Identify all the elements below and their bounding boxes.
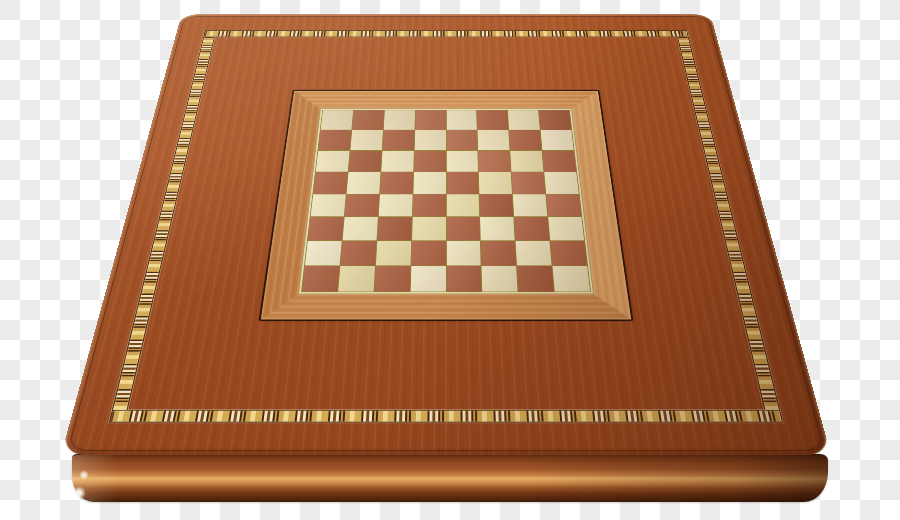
chessboard (61, 14, 831, 455)
square-h6[interactable] (543, 151, 577, 172)
square-e5[interactable] (446, 172, 478, 194)
maple-frame (261, 91, 632, 320)
square-c5[interactable] (380, 172, 413, 194)
square-a7[interactable] (318, 130, 351, 150)
square-f3[interactable] (480, 217, 514, 240)
photo-transparency-background (0, 0, 900, 520)
square-h7[interactable] (541, 130, 574, 150)
square-e6[interactable] (446, 151, 478, 172)
square-g7[interactable] (509, 130, 541, 150)
inlay-band-top (203, 30, 688, 37)
square-d2[interactable] (411, 241, 446, 265)
square-c6[interactable] (381, 151, 413, 172)
square-a3[interactable] (308, 217, 344, 240)
square-f4[interactable] (480, 194, 514, 216)
square-b4[interactable] (345, 194, 379, 216)
square-b1[interactable] (338, 266, 375, 291)
square-a8[interactable] (321, 110, 353, 129)
square-h2[interactable] (550, 241, 587, 265)
square-b5[interactable] (347, 172, 381, 194)
perspective-wrapper (0, 0, 900, 520)
square-c4[interactable] (379, 194, 413, 216)
square-f1[interactable] (482, 266, 518, 291)
square-e7[interactable] (446, 130, 477, 150)
square-g3[interactable] (514, 217, 549, 240)
square-g4[interactable] (513, 194, 547, 216)
square-a5[interactable] (313, 172, 347, 194)
square-h8[interactable] (539, 110, 571, 129)
square-a1[interactable] (302, 266, 339, 291)
square-c1[interactable] (374, 266, 410, 291)
square-d6[interactable] (414, 151, 446, 172)
playing-panel (259, 90, 634, 321)
square-e2[interactable] (446, 241, 481, 265)
square-b2[interactable] (340, 241, 376, 265)
square-h4[interactable] (546, 194, 581, 216)
square-d5[interactable] (413, 172, 445, 194)
square-f6[interactable] (478, 151, 510, 172)
square-e4[interactable] (446, 194, 479, 216)
square-c3[interactable] (377, 217, 411, 240)
square-b8[interactable] (352, 110, 384, 129)
square-f2[interactable] (481, 241, 516, 265)
square-c7[interactable] (382, 130, 414, 150)
square-e3[interactable] (446, 217, 480, 240)
inlay-band-bottom (109, 410, 783, 423)
frame-strip-top (291, 91, 600, 109)
inner-boundary-line (298, 108, 594, 294)
square-h5[interactable] (544, 172, 578, 194)
square-h1[interactable] (553, 266, 590, 291)
square-a2[interactable] (305, 241, 342, 265)
square-a4[interactable] (311, 194, 346, 216)
square-d8[interactable] (415, 110, 446, 129)
square-g8[interactable] (508, 110, 540, 129)
chess-grid (301, 110, 591, 292)
square-d7[interactable] (414, 130, 445, 150)
square-b7[interactable] (350, 130, 382, 150)
square-d1[interactable] (410, 266, 445, 291)
frame-strip-bottom (261, 294, 632, 319)
square-g6[interactable] (510, 151, 543, 172)
square-g5[interactable] (512, 172, 546, 194)
square-f5[interactable] (479, 172, 512, 194)
square-g1[interactable] (517, 266, 554, 291)
square-g2[interactable] (516, 241, 552, 265)
square-h3[interactable] (548, 217, 584, 240)
square-a6[interactable] (316, 151, 350, 172)
square-d4[interactable] (412, 194, 445, 216)
square-d3[interactable] (412, 217, 446, 240)
square-e1[interactable] (446, 266, 481, 291)
square-c8[interactable] (384, 110, 415, 129)
square-f8[interactable] (477, 110, 508, 129)
square-b3[interactable] (342, 217, 377, 240)
square-f7[interactable] (478, 130, 510, 150)
square-c2[interactable] (376, 241, 411, 265)
square-e8[interactable] (446, 110, 477, 129)
square-b6[interactable] (348, 151, 381, 172)
